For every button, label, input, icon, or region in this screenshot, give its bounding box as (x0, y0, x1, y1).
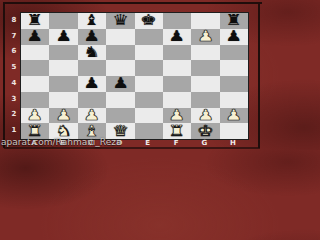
rank-label-2: 2 (12, 110, 17, 118)
rank-label-5: 5 (12, 63, 17, 71)
piece-white-pawn[interactable]: ♟ (197, 29, 214, 44)
frame-line-right (258, 2, 260, 148)
square-b4[interactable] (49, 76, 77, 92)
rank-label-3: 3 (12, 95, 17, 103)
piece-white-pawn[interactable]: ♟ (84, 108, 101, 123)
square-g5[interactable] (191, 60, 219, 76)
square-b6[interactable] (49, 45, 77, 61)
piece-black-pawn[interactable]: ♟ (112, 76, 129, 91)
square-d8[interactable]: ♛ (106, 13, 134, 29)
piece-black-knight[interactable]: ♞ (84, 45, 101, 60)
piece-black-pawn[interactable]: ♟ (169, 29, 186, 44)
piece-white-pawn[interactable]: ♟ (197, 108, 214, 123)
square-e1[interactable] (135, 123, 163, 139)
square-g1[interactable]: ♚ (191, 123, 219, 139)
piece-black-pawn[interactable]: ♟ (55, 29, 72, 44)
square-a5[interactable] (21, 60, 49, 76)
rank-label-1: 1 (12, 126, 17, 134)
square-d3[interactable] (106, 92, 134, 108)
watermark-text: aparat.com/Rahmani_Reza (1, 137, 122, 147)
square-g6[interactable] (191, 45, 219, 61)
square-h7[interactable]: ♟ (220, 29, 248, 45)
square-e3[interactable] (135, 92, 163, 108)
piece-black-king[interactable]: ♚ (140, 13, 157, 28)
piece-black-pawn[interactable]: ♟ (84, 76, 101, 91)
square-g7[interactable]: ♟ (191, 29, 219, 45)
file-label-g: G (190, 139, 218, 148)
square-d6[interactable] (106, 45, 134, 61)
piece-white-pawn[interactable]: ♟ (27, 108, 44, 123)
square-e7[interactable] (135, 29, 163, 45)
piece-black-pawn[interactable]: ♟ (27, 29, 44, 44)
square-h1[interactable] (220, 123, 248, 139)
square-c4[interactable]: ♟ (78, 76, 106, 92)
square-f7[interactable]: ♟ (163, 29, 191, 45)
square-a7[interactable]: ♟ (21, 29, 49, 45)
piece-black-pawn[interactable]: ♟ (84, 29, 101, 44)
frame-line-left (3, 2, 5, 148)
rank-label-8: 8 (12, 16, 17, 24)
piece-white-king[interactable]: ♚ (197, 124, 214, 139)
square-h4[interactable] (220, 76, 248, 92)
square-g4[interactable] (191, 76, 219, 92)
rank-label-4: 4 (12, 79, 17, 87)
piece-black-rook[interactable]: ♜ (225, 13, 242, 28)
square-f4[interactable] (163, 76, 191, 92)
file-label-h: H (219, 139, 247, 148)
rank-label-6: 6 (12, 47, 17, 55)
square-a4[interactable] (21, 76, 49, 92)
piece-white-pawn[interactable]: ♟ (169, 108, 186, 123)
square-d7[interactable] (106, 29, 134, 45)
piece-white-pawn[interactable]: ♟ (55, 108, 72, 123)
file-label-f: F (162, 139, 190, 148)
piece-black-rook[interactable]: ♜ (27, 13, 44, 28)
piece-black-pawn[interactable]: ♟ (225, 29, 242, 44)
square-a6[interactable] (21, 45, 49, 61)
piece-white-pawn[interactable]: ♟ (225, 108, 242, 123)
piece-black-bishop[interactable]: ♝ (84, 13, 101, 28)
square-e6[interactable] (135, 45, 163, 61)
square-h2[interactable]: ♟ (220, 108, 248, 124)
chess-board: ♜♝♛♚♜♟♟♟♟♟♟♞♟♟♟♟♟♟♟♟♜♞♝♛♜♚ (20, 12, 249, 140)
piece-black-queen[interactable]: ♛ (112, 13, 129, 28)
square-h5[interactable] (220, 60, 248, 76)
square-f1[interactable]: ♜ (163, 123, 191, 139)
piece-white-rook[interactable]: ♜ (169, 124, 186, 139)
rank-labels: 87654321 (9, 12, 19, 138)
square-e2[interactable] (135, 108, 163, 124)
square-f6[interactable] (163, 45, 191, 61)
square-h6[interactable] (220, 45, 248, 61)
square-f5[interactable] (163, 60, 191, 76)
square-e8[interactable]: ♚ (135, 13, 163, 29)
frame-line-top (4, 2, 262, 4)
square-c6[interactable]: ♞ (78, 45, 106, 61)
square-e5[interactable] (135, 60, 163, 76)
rank-label-7: 7 (12, 32, 17, 40)
square-e4[interactable] (135, 76, 163, 92)
square-d4[interactable]: ♟ (106, 76, 134, 92)
square-b7[interactable]: ♟ (49, 29, 77, 45)
square-b5[interactable] (49, 60, 77, 76)
file-label-e: E (134, 139, 162, 148)
